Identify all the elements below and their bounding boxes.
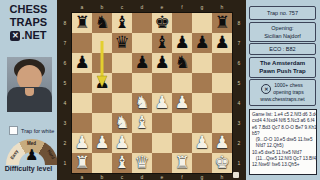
black-knight[interactable]: ♞ — [174, 53, 189, 73]
eco-box: ECO : B82 — [249, 43, 316, 55]
rank-label-left-8: 8 — [60, 20, 70, 26]
square-c8[interactable]: ♝ — [112, 13, 132, 33]
square-a7[interactable] — [72, 33, 92, 53]
trap-for-white-checkbox[interactable] — [9, 126, 18, 135]
white-pawn[interactable]: ♟ — [174, 93, 189, 113]
square-c7[interactable]: ♛ — [112, 33, 132, 53]
square-g5[interactable] — [192, 73, 212, 93]
black-rook[interactable]: ♜ — [74, 13, 89, 33]
board-area: ♜♞♝♚♜♛♝♟♟♟♟♟♟♞♟♞♟♟♞♝♟♟♟♟♟♜♝♛♜♚ aabbccdde… — [57, 0, 246, 180]
square-g1[interactable] — [192, 153, 212, 173]
square-f7[interactable]: ♟ — [172, 33, 192, 53]
square-g3[interactable] — [192, 113, 212, 133]
opening-name: Sicilian Najdorf — [250, 32, 315, 40]
difficulty-label: Difficulty level — [0, 165, 57, 172]
file-label-bottom-d: d — [132, 174, 152, 180]
eco-code: ECO : B82 — [269, 46, 295, 52]
square-f6[interactable]: ♞ — [172, 53, 192, 73]
chesstraps-logo: CHESS TRAPS ✕ .NET — [0, 3, 57, 42]
file-label-top-d: d — [132, 4, 152, 10]
white-pawn[interactable]: ♟ — [114, 133, 129, 153]
rank-label-left-4: 4 — [60, 100, 70, 106]
file-label-bottom-e: e — [152, 174, 172, 180]
square-h5[interactable] — [212, 73, 232, 93]
black-pawn[interactable]: ♟ — [134, 53, 149, 73]
difficulty-gauge: Easy Med Hard ♟ — [6, 139, 58, 165]
file-label-bottom-h: h — [212, 174, 232, 180]
knot-icon: ✕ — [10, 31, 20, 41]
square-e5[interactable] — [152, 73, 172, 93]
trap-name-box: The Amsterdam Pawn Push Trap — [249, 57, 316, 78]
presenter-photo — [7, 57, 52, 112]
rank-label-left-1: 1 — [60, 160, 70, 166]
gauge-needle-pawn-icon: ♟ — [25, 145, 38, 165]
square-b8[interactable]: ♞ — [92, 13, 112, 33]
square-h2[interactable]: ♟ — [212, 133, 232, 153]
rank-label-right-3: 3 — [234, 120, 244, 126]
square-e1[interactable] — [152, 153, 172, 173]
square-f4[interactable]: ♟ — [172, 93, 192, 113]
file-label-bottom-c: c — [112, 174, 132, 180]
white-rook[interactable]: ♜ — [174, 153, 189, 173]
black-bishop[interactable]: ♝ — [114, 13, 129, 33]
rank-label-left-7: 7 — [60, 40, 70, 46]
opening-box: Opening: Sicilian Najdorf — [249, 22, 316, 42]
left-sidebar: CHESS TRAPS ✕ .NET Trap for white Easy M… — [0, 0, 57, 180]
rank-label-right-4: 4 — [234, 100, 244, 106]
square-a5[interactable] — [72, 73, 92, 93]
rank-label-right-6: 6 — [234, 60, 244, 66]
rank-label-left-2: 2 — [60, 140, 70, 146]
white-queen[interactable]: ♛ — [134, 153, 149, 173]
rank-label-right-5: 5 — [234, 80, 244, 86]
trap-number: Trap no. 757 — [267, 10, 298, 16]
square-b6[interactable] — [92, 53, 112, 73]
file-label-top-f: f — [172, 4, 192, 10]
square-g7[interactable]: ♟ — [192, 33, 212, 53]
logo-line-1: CHESS — [0, 3, 57, 16]
square-e3[interactable] — [152, 113, 172, 133]
move-list-box: Game list: 1.e4 c5 2.Nf3 d6 3.d4cxd4 4.N… — [249, 109, 317, 175]
square-c4[interactable] — [112, 93, 132, 113]
move-line-9: 12.Nxe6! fxe6 13.Qh5+ — [252, 162, 315, 168]
board-corner-badge — [233, 172, 239, 178]
black-pawn[interactable]: ♟ — [74, 53, 89, 73]
file-label-top-c: c — [112, 4, 132, 10]
black-pawn[interactable]: ♟ — [174, 33, 189, 53]
white-knight[interactable]: ♞ — [114, 113, 129, 133]
rank-label-left-3: 3 — [60, 120, 70, 126]
square-d1[interactable]: ♛ — [132, 153, 152, 173]
square-h3[interactable] — [212, 113, 232, 133]
opening-label: Opening: — [250, 24, 315, 32]
file-label-bottom-a: a — [72, 174, 92, 180]
square-a8[interactable]: ♜ — [72, 13, 92, 33]
white-king[interactable]: ♚ — [214, 153, 229, 173]
square-c5[interactable] — [112, 73, 132, 93]
square-g2[interactable]: ♟ — [192, 133, 212, 153]
square-c1[interactable]: ♝ — [112, 153, 132, 173]
file-label-bottom-b: b — [92, 174, 112, 180]
square-d2[interactable] — [132, 133, 152, 153]
trap-number-box: Trap no. 757 — [249, 6, 316, 20]
square-d8[interactable] — [132, 13, 152, 33]
square-e6[interactable]: ♟ — [152, 53, 172, 73]
black-knight[interactable]: ♞ — [94, 13, 109, 33]
square-b5[interactable]: ♟ — [92, 73, 112, 93]
square-a2[interactable]: ♟ — [72, 133, 92, 153]
video-frame: CHESS TRAPS ✕ .NET Trap for white Easy M… — [0, 0, 320, 180]
square-d5[interactable] — [132, 73, 152, 93]
white-pawn[interactable]: ♟ — [214, 133, 229, 153]
rank-label-right-7: 7 — [234, 40, 244, 46]
square-e7[interactable]: ♝ — [152, 33, 172, 53]
square-e4[interactable]: ♟ — [152, 93, 172, 113]
square-h4[interactable] — [212, 93, 232, 113]
file-label-top-h: h — [212, 4, 232, 10]
square-h1[interactable]: ♚ — [212, 153, 232, 173]
move-line-2: cxd4 4.Nxd4 Nf6 5.Nc3 a6 6.f4 — [252, 118, 315, 124]
file-label-top-g: g — [192, 4, 212, 10]
black-pawn[interactable]: ♟ — [214, 33, 229, 53]
square-h8[interactable]: ♜ — [212, 13, 232, 33]
white-pawn[interactable]: ♟ — [154, 93, 169, 113]
white-pawn[interactable]: ♟ — [194, 133, 209, 153]
square-d7[interactable] — [132, 33, 152, 53]
square-b2[interactable]: ♟ — [92, 133, 112, 153]
logo-line-2: TRAPS — [0, 16, 57, 29]
white-bishop[interactable]: ♝ — [114, 153, 129, 173]
trap-for-white-row: Trap for white — [9, 126, 54, 135]
square-d6[interactable]: ♟ — [132, 53, 152, 73]
gauge-segment-easy: Easy — [9, 149, 19, 161]
rank-label-right-1: 1 — [234, 160, 244, 166]
square-f3[interactable] — [172, 113, 192, 133]
square-f1[interactable]: ♜ — [172, 153, 192, 173]
white-knight[interactable]: ♞ — [134, 93, 149, 113]
square-b3[interactable] — [92, 113, 112, 133]
square-d3[interactable]: ♝ — [132, 113, 152, 133]
info-panel: Trap no. 757 Opening: Sicilian Najdorf E… — [246, 0, 320, 180]
rank-label-right-8: 8 — [234, 20, 244, 26]
trap-for-white-label: Trap for white — [21, 128, 54, 134]
black-pawn[interactable]: ♟ — [194, 33, 209, 53]
rank-label-right-2: 2 — [234, 140, 244, 146]
square-c3[interactable]: ♞ — [112, 113, 132, 133]
square-c6[interactable] — [112, 53, 132, 73]
board: ♜♞♝♚♜♛♝♟♟♟♟♟♟♞♟♞♟♟♞♝♟♟♟♟♟♜♝♛♜♚ — [72, 13, 232, 173]
square-a4[interactable] — [72, 93, 92, 113]
rank-label-left-5: 5 — [60, 80, 70, 86]
photo-collar — [25, 88, 34, 96]
black-pawn[interactable]: ♟ — [154, 53, 169, 73]
white-pawn[interactable]: ♟ — [74, 133, 89, 153]
white-rook[interactable]: ♜ — [74, 153, 89, 173]
promo-box: ✕ 1000+ chess opening traps www.chesstra… — [249, 79, 316, 106]
move-line-3: e6 7.Bd3 Qc7 8.O-O Be7 9.Kh1 — [252, 125, 315, 131]
square-d4[interactable]: ♞ — [132, 93, 152, 113]
square-g6[interactable] — [192, 53, 212, 73]
file-label-top-a: a — [72, 4, 92, 10]
square-h7[interactable]: ♟ — [212, 33, 232, 53]
rank-label-left-6: 6 — [60, 60, 70, 66]
square-e2[interactable] — [152, 133, 172, 153]
promo-line-2: opening traps — [273, 89, 303, 96]
square-f5[interactable] — [172, 73, 192, 93]
promo-line-1: 1000+ chess — [273, 82, 303, 89]
trap-name-line-2: Pawn Push Trap — [250, 67, 315, 75]
square-g8[interactable] — [192, 13, 212, 33]
black-king[interactable]: ♚ — [154, 13, 169, 33]
file-label-top-e: e — [152, 4, 172, 10]
square-e8[interactable]: ♚ — [152, 13, 172, 33]
file-label-bottom-f: f — [172, 174, 192, 180]
white-pawn[interactable]: ♟ — [94, 133, 109, 153]
white-bishop[interactable]: ♝ — [134, 113, 149, 133]
square-f2[interactable] — [172, 133, 192, 153]
square-a3[interactable] — [72, 113, 92, 133]
black-rook[interactable]: ♜ — [214, 13, 229, 33]
square-a1[interactable]: ♜ — [72, 153, 92, 173]
promo-logo-icon: ✕ — [261, 84, 271, 94]
square-g4[interactable] — [192, 93, 212, 113]
square-b4[interactable] — [92, 93, 112, 113]
black-queen[interactable]: ♛ — [114, 33, 129, 53]
black-bishop[interactable]: ♝ — [154, 33, 169, 53]
file-label-top-b: b — [92, 4, 112, 10]
gauge-segment-hard: Hard — [46, 149, 56, 160]
black-pawn[interactable]: ♟ — [94, 73, 109, 93]
square-a6[interactable]: ♟ — [72, 53, 92, 73]
square-h6[interactable] — [212, 53, 232, 73]
square-f8[interactable] — [172, 13, 192, 33]
trap-name-line-1: The Amsterdam — [250, 59, 315, 67]
logo-line-3: .NET — [21, 29, 46, 42]
square-b1[interactable] — [92, 153, 112, 173]
promo-url[interactable]: www.chesstraps.net — [250, 96, 315, 103]
file-label-bottom-g: g — [192, 174, 212, 180]
square-c2[interactable]: ♟ — [112, 133, 132, 153]
square-b7[interactable] — [92, 33, 112, 53]
